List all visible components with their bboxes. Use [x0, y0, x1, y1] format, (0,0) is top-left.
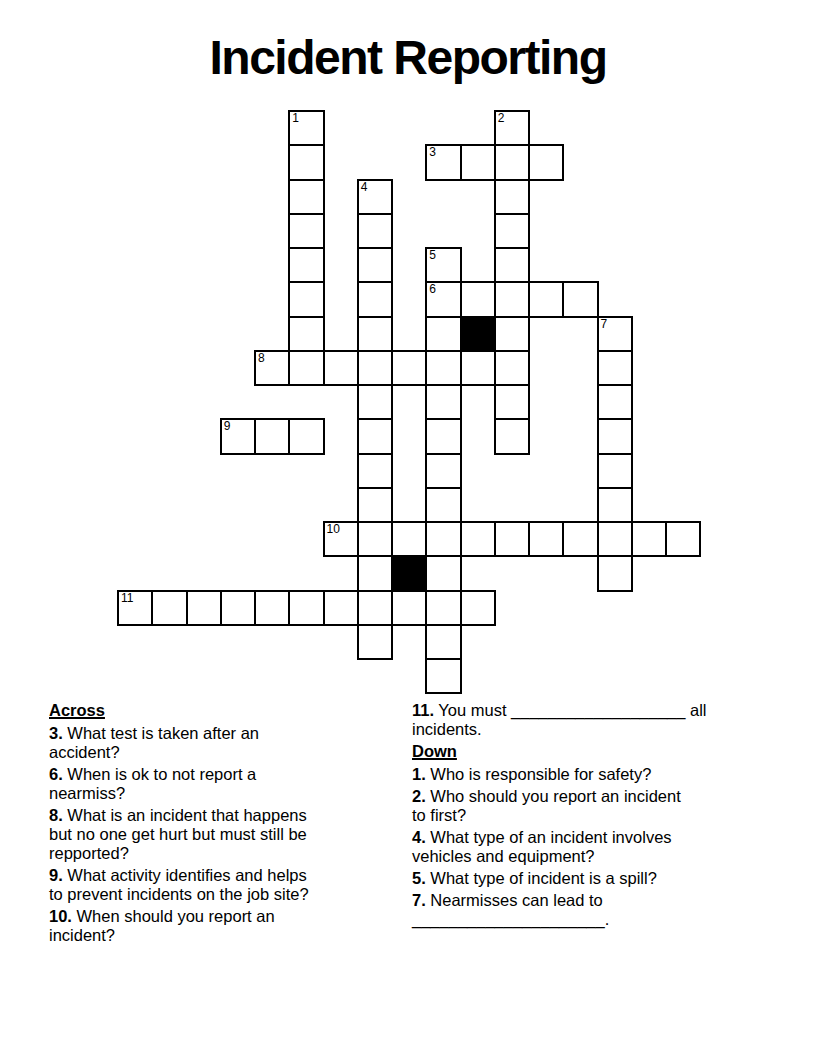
- grid-cell[interactable]: [391, 521, 427, 557]
- grid-cell[interactable]: [494, 384, 530, 420]
- clue-down-7: 7. Nearmisses can lead to ______________…: [412, 891, 772, 929]
- clue-number: 4.: [412, 828, 426, 846]
- grid-cell[interactable]: [357, 247, 393, 283]
- down-clues-column: 11. You must ___________________ all inc…: [412, 701, 772, 932]
- grid-cell[interactable]: [425, 521, 461, 557]
- cell-number-4: 4: [361, 181, 368, 194]
- grid-cell[interactable]: [425, 418, 461, 454]
- grid-cell[interactable]: [494, 350, 530, 386]
- grid-cell[interactable]: [220, 590, 256, 626]
- grid-cell[interactable]: [391, 350, 427, 386]
- down-heading: Down: [412, 742, 772, 761]
- grid-cell[interactable]: [357, 624, 393, 660]
- clue-number: 10.: [49, 907, 72, 925]
- grid-cell[interactable]: [357, 487, 393, 523]
- grid-cell[interactable]: [425, 590, 461, 626]
- grid-cell-black: [391, 555, 427, 591]
- grid-cell[interactable]: [597, 384, 633, 420]
- clue-number: 11.: [412, 701, 434, 719]
- clue-across-10: 10. When should you report an incident?: [49, 907, 411, 945]
- grid-cell[interactable]: [494, 418, 530, 454]
- grid-cell[interactable]: [528, 521, 564, 557]
- grid-cell[interactable]: 10: [323, 521, 359, 557]
- grid-cell[interactable]: [425, 453, 461, 489]
- cell-number-7: 7: [601, 318, 608, 331]
- grid-cell[interactable]: [323, 590, 359, 626]
- grid-cell[interactable]: [494, 144, 530, 180]
- across-clues-column: Across 3. What test is taken after an ac…: [49, 701, 411, 948]
- crossword-grid: 1234567891011: [117, 110, 703, 696]
- grid-cell[interactable]: 6: [425, 281, 461, 317]
- grid-cell[interactable]: [460, 350, 496, 386]
- grid-cell[interactable]: 5: [425, 247, 461, 283]
- clue-across-11: 11. You must ___________________ all inc…: [412, 701, 772, 739]
- cell-number-5: 5: [429, 249, 436, 262]
- clue-down-5: 5. What type of incident is a spill?: [412, 869, 772, 888]
- grid-cell[interactable]: [151, 590, 187, 626]
- grid-cell[interactable]: 2: [494, 110, 530, 146]
- grid-cell[interactable]: [357, 384, 393, 420]
- grid-cell[interactable]: [597, 555, 633, 591]
- grid-cell[interactable]: [357, 555, 393, 591]
- grid-cell[interactable]: [288, 350, 324, 386]
- grid-cell[interactable]: [288, 418, 324, 454]
- grid-cell[interactable]: [597, 418, 633, 454]
- grid-cell[interactable]: [254, 418, 290, 454]
- grid-cell[interactable]: [357, 281, 393, 317]
- grid-cell[interactable]: [528, 281, 564, 317]
- grid-cell[interactable]: [425, 658, 461, 694]
- clue-number: 5.: [412, 869, 426, 887]
- grid-cell[interactable]: [288, 213, 324, 249]
- grid-cell[interactable]: 1: [288, 110, 324, 146]
- grid-cell[interactable]: 9: [220, 418, 256, 454]
- grid-cell[interactable]: [425, 624, 461, 660]
- grid-cell[interactable]: [460, 144, 496, 180]
- grid-cell[interactable]: [288, 316, 324, 352]
- grid-cell[interactable]: [494, 247, 530, 283]
- cell-number-6: 6: [429, 283, 436, 296]
- grid-cell[interactable]: [254, 590, 290, 626]
- clue-across-9: 9. What activity identifies and helps to…: [49, 866, 411, 904]
- clue-number: 3.: [49, 724, 63, 742]
- grid-cell[interactable]: [460, 521, 496, 557]
- clue-number: 2.: [412, 787, 426, 805]
- grid-cell[interactable]: [425, 316, 461, 352]
- grid-cell[interactable]: [357, 316, 393, 352]
- clue-number: 7.: [412, 891, 426, 909]
- grid-cell[interactable]: [494, 521, 530, 557]
- grid-cell[interactable]: [460, 281, 496, 317]
- grid-cell-black: [460, 316, 496, 352]
- clue-down-4: 4. What type of an incident involves veh…: [412, 828, 772, 866]
- cell-number-3: 3: [429, 146, 436, 159]
- grid-cell[interactable]: [597, 350, 633, 386]
- grid-cell[interactable]: [357, 453, 393, 489]
- clue-number: 6.: [49, 765, 63, 783]
- grid-cell[interactable]: [528, 144, 564, 180]
- grid-cell[interactable]: [494, 281, 530, 317]
- clue-across-6: 6. When is ok to not report a nearmiss?: [49, 765, 411, 803]
- grid-cell[interactable]: [425, 384, 461, 420]
- cell-number-9: 9: [224, 420, 231, 433]
- grid-cell[interactable]: [357, 350, 393, 386]
- grid-cell[interactable]: [357, 418, 393, 454]
- grid-cell[interactable]: [460, 590, 496, 626]
- grid-cell[interactable]: 11: [117, 590, 153, 626]
- cell-number-2: 2: [498, 112, 505, 125]
- grid-cell[interactable]: [357, 521, 393, 557]
- grid-cell[interactable]: [288, 247, 324, 283]
- clue-across-8: 8. What is an incident that happens but …: [49, 806, 411, 863]
- clue-across-3: 3. What test is taken after an accident?: [49, 724, 411, 762]
- across-heading: Across: [49, 701, 411, 720]
- grid-cell[interactable]: [357, 213, 393, 249]
- grid-cell[interactable]: [562, 521, 598, 557]
- grid-cell[interactable]: [288, 179, 324, 215]
- puzzle-title: Incident Reporting: [0, 30, 816, 86]
- grid-cell[interactable]: [288, 590, 324, 626]
- grid-cell[interactable]: [494, 316, 530, 352]
- clue-number: 8.: [49, 806, 63, 824]
- grid-cell[interactable]: [288, 281, 324, 317]
- grid-cell[interactable]: [494, 179, 530, 215]
- grid-cell[interactable]: 7: [597, 316, 633, 352]
- grid-cell[interactable]: [597, 453, 633, 489]
- cell-number-10: 10: [327, 523, 340, 536]
- cell-number-11: 11: [121, 592, 133, 605]
- grid-cell[interactable]: [597, 521, 633, 557]
- cell-number-1: 1: [292, 112, 299, 125]
- grid-cell[interactable]: [425, 487, 461, 523]
- grid-cell[interactable]: [494, 213, 530, 249]
- clue-number: 9.: [49, 866, 63, 884]
- grid-cell[interactable]: [288, 144, 324, 180]
- grid-cell[interactable]: [425, 350, 461, 386]
- grid-cell[interactable]: [597, 487, 633, 523]
- grid-cell[interactable]: 8: [254, 350, 290, 386]
- clue-down-1: 1. Who is responsible for safety?: [412, 765, 772, 784]
- worksheet-page: Incident Reporting 1234567891011 Across …: [0, 0, 816, 1056]
- cell-number-8: 8: [258, 352, 265, 365]
- grid-cell[interactable]: [631, 521, 667, 557]
- grid-cell[interactable]: [357, 590, 393, 626]
- grid-cell[interactable]: 4: [357, 179, 393, 215]
- grid-cell[interactable]: [186, 590, 222, 626]
- clue-number: 1.: [412, 765, 426, 783]
- grid-cell[interactable]: [562, 281, 598, 317]
- clue-down-2: 2. Who should you report an incident to …: [412, 787, 772, 825]
- grid-cell[interactable]: [425, 555, 461, 591]
- grid-cell[interactable]: 3: [425, 144, 461, 180]
- grid-cell[interactable]: [665, 521, 701, 557]
- grid-cell[interactable]: [391, 590, 427, 626]
- grid-cell[interactable]: [323, 350, 359, 386]
